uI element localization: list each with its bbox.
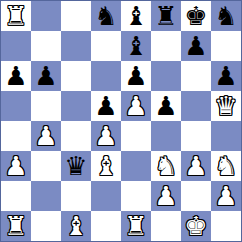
square-f6[interactable] xyxy=(151,61,181,91)
square-c8[interactable] xyxy=(61,1,91,31)
square-g3[interactable]: ♟ xyxy=(181,151,211,181)
square-b3[interactable] xyxy=(31,151,61,181)
square-g6[interactable] xyxy=(181,61,211,91)
square-d8[interactable]: ♞ xyxy=(91,1,121,31)
square-c6[interactable] xyxy=(61,61,91,91)
white-rook: ♜ xyxy=(124,211,147,241)
square-b6[interactable]: ♟ xyxy=(31,61,61,91)
white-knight: ♞ xyxy=(154,151,177,181)
square-f8[interactable]: ♜ xyxy=(151,1,181,31)
black-bishop: ♝ xyxy=(124,31,147,61)
white-pawn: ♟ xyxy=(4,151,27,181)
chess-board-frame: ♜♞♝♜♚♞♝♟♟♟♟♟♟♟♟♛♟♟♟♛♝♞♟♞♟♟♜♝♜♚ xyxy=(0,0,242,242)
square-b5[interactable] xyxy=(31,91,61,121)
square-e1[interactable]: ♜ xyxy=(121,211,151,241)
white-pawn: ♟ xyxy=(34,121,57,151)
square-d6[interactable] xyxy=(91,61,121,91)
square-c7[interactable] xyxy=(61,31,91,61)
black-pawn: ♟ xyxy=(184,31,207,61)
square-e3[interactable] xyxy=(121,151,151,181)
white-knight: ♞ xyxy=(214,151,237,181)
black-queen: ♛ xyxy=(64,151,87,181)
square-g4[interactable] xyxy=(181,121,211,151)
white-rook: ♜ xyxy=(4,211,27,241)
white-pawn: ♟ xyxy=(184,151,207,181)
white-pawn: ♟ xyxy=(154,181,177,211)
chess-board: ♜♞♝♜♚♞♝♟♟♟♟♟♟♟♟♛♟♟♟♛♝♞♟♞♟♟♜♝♜♚ xyxy=(1,1,241,241)
black-bishop: ♝ xyxy=(124,1,147,31)
black-pawn: ♟ xyxy=(34,61,57,91)
square-b4[interactable]: ♟ xyxy=(31,121,61,151)
square-h4[interactable] xyxy=(211,121,241,151)
white-pawn: ♟ xyxy=(214,181,237,211)
square-d3[interactable]: ♝ xyxy=(91,151,121,181)
square-e7[interactable]: ♝ xyxy=(121,31,151,61)
square-a7[interactable] xyxy=(1,31,31,61)
square-e5[interactable]: ♟ xyxy=(121,91,151,121)
square-c1[interactable]: ♝ xyxy=(61,211,91,241)
square-h1[interactable] xyxy=(211,211,241,241)
square-h5[interactable]: ♛ xyxy=(211,91,241,121)
square-f7[interactable] xyxy=(151,31,181,61)
square-c4[interactable] xyxy=(61,121,91,151)
square-c2[interactable] xyxy=(61,181,91,211)
white-rook: ♜ xyxy=(4,1,27,31)
square-e6[interactable]: ♟ xyxy=(121,61,151,91)
black-rook: ♜ xyxy=(154,1,177,31)
square-d4[interactable]: ♟ xyxy=(91,121,121,151)
square-d1[interactable] xyxy=(91,211,121,241)
square-a1[interactable]: ♜ xyxy=(1,211,31,241)
square-a6[interactable]: ♟ xyxy=(1,61,31,91)
square-f2[interactable]: ♟ xyxy=(151,181,181,211)
square-f3[interactable]: ♞ xyxy=(151,151,181,181)
square-a8[interactable]: ♜ xyxy=(1,1,31,31)
square-d7[interactable] xyxy=(91,31,121,61)
square-h8[interactable]: ♞ xyxy=(211,1,241,31)
square-g5[interactable] xyxy=(181,91,211,121)
square-d5[interactable]: ♟ xyxy=(91,91,121,121)
square-a4[interactable] xyxy=(1,121,31,151)
black-pawn: ♟ xyxy=(154,91,177,121)
square-f5[interactable]: ♟ xyxy=(151,91,181,121)
square-b7[interactable] xyxy=(31,31,61,61)
square-d2[interactable] xyxy=(91,181,121,211)
black-pawn: ♟ xyxy=(214,61,237,91)
square-g2[interactable] xyxy=(181,181,211,211)
square-h2[interactable]: ♟ xyxy=(211,181,241,211)
square-g1[interactable]: ♚ xyxy=(181,211,211,241)
square-h7[interactable] xyxy=(211,31,241,61)
black-knight: ♞ xyxy=(214,1,237,31)
square-g7[interactable]: ♟ xyxy=(181,31,211,61)
white-pawn: ♟ xyxy=(124,91,147,121)
square-c3[interactable]: ♛ xyxy=(61,151,91,181)
square-a2[interactable] xyxy=(1,181,31,211)
black-king: ♚ xyxy=(184,1,207,31)
square-b8[interactable] xyxy=(31,1,61,31)
square-b1[interactable] xyxy=(31,211,61,241)
black-pawn: ♟ xyxy=(124,61,147,91)
black-pawn: ♟ xyxy=(94,91,117,121)
black-knight: ♞ xyxy=(94,1,117,31)
white-bishop: ♝ xyxy=(64,211,87,241)
square-g8[interactable]: ♚ xyxy=(181,1,211,31)
square-e8[interactable]: ♝ xyxy=(121,1,151,31)
square-a3[interactable]: ♟ xyxy=(1,151,31,181)
square-h3[interactable]: ♞ xyxy=(211,151,241,181)
white-bishop: ♝ xyxy=(94,151,117,181)
square-f1[interactable] xyxy=(151,211,181,241)
square-f4[interactable] xyxy=(151,121,181,151)
square-e4[interactable] xyxy=(121,121,151,151)
square-b2[interactable] xyxy=(31,181,61,211)
square-a5[interactable] xyxy=(1,91,31,121)
square-c5[interactable] xyxy=(61,91,91,121)
white-pawn: ♟ xyxy=(94,121,117,151)
black-pawn: ♟ xyxy=(4,61,27,91)
white-king: ♚ xyxy=(184,211,207,241)
square-h6[interactable]: ♟ xyxy=(211,61,241,91)
white-queen: ♛ xyxy=(214,91,237,121)
square-e2[interactable] xyxy=(121,181,151,211)
